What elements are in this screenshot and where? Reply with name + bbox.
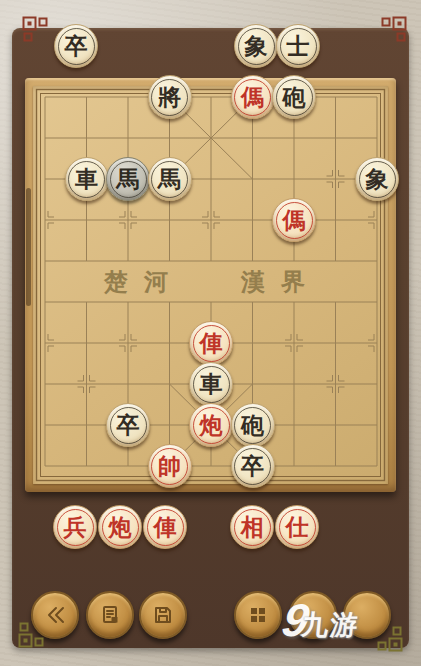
piece-glyph: 卒 <box>241 455 264 478</box>
toolbar-covered-1-button[interactable] <box>289 591 337 639</box>
piece-glyph: 俥 <box>154 516 177 539</box>
grid-2x2-icon <box>247 604 269 626</box>
board-piece-black-砲[interactable]: 砲 <box>231 403 275 447</box>
piece-glyph: 將 <box>158 86 181 109</box>
piece-glyph: 象 <box>366 168 389 191</box>
river-label-left: 楚河 <box>103 269 184 295</box>
piece-glyph: 砲 <box>241 414 264 437</box>
piece-glyph: 士 <box>287 35 310 58</box>
piece-glyph: 傌 <box>241 86 264 109</box>
board-piece-black-卒[interactable]: 卒 <box>106 403 150 447</box>
board-piece-red-傌[interactable]: 傌 <box>231 75 275 119</box>
piece-glyph: 帥 <box>158 455 181 478</box>
piece-glyph: 馬 <box>117 168 140 191</box>
board-piece-black-卒[interactable]: 卒 <box>231 444 275 488</box>
captured-piece-卒: 卒 <box>54 24 98 68</box>
captured-piece-炮: 炮 <box>98 505 142 549</box>
piece-glyph: 砲 <box>283 86 306 109</box>
toolbar-menu-grid-button[interactable] <box>234 591 282 639</box>
record-sheet-icon <box>99 604 121 626</box>
piece-glyph: 相 <box>241 516 264 539</box>
toolbar-move-list-button[interactable] <box>86 591 134 639</box>
board-piece-black-馬[interactable]: 馬 <box>106 157 150 201</box>
corner-ornament-top-right <box>381 16 407 42</box>
corner-ornament-bottom-left <box>18 622 44 648</box>
corner-ornament-top-left <box>22 16 48 42</box>
board-piece-red-炮[interactable]: 炮 <box>189 403 233 447</box>
captured-piece-仕: 仕 <box>275 505 319 549</box>
piece-glyph: 炮 <box>109 516 132 539</box>
toolbar-save-button[interactable] <box>139 591 187 639</box>
piece-glyph: 兵 <box>64 516 87 539</box>
board-piece-red-帥[interactable]: 帥 <box>148 444 192 488</box>
piece-glyph: 象 <box>245 35 268 58</box>
floppy-disk-icon <box>152 604 174 626</box>
double-chevron-left-icon <box>44 604 66 626</box>
board-piece-black-砲[interactable]: 砲 <box>272 75 316 119</box>
captured-piece-象: 象 <box>234 24 278 68</box>
captured-piece-相: 相 <box>230 505 274 549</box>
piece-glyph: 馬 <box>158 168 181 191</box>
piece-glyph: 傌 <box>283 209 306 232</box>
piece-glyph: 卒 <box>117 414 140 437</box>
piece-glyph: 卒 <box>65 35 88 58</box>
none-icon <box>302 604 324 626</box>
piece-glyph: 俥 <box>200 332 223 355</box>
piece-glyph: 炮 <box>200 414 223 437</box>
board-piece-black-車[interactable]: 車 <box>189 362 233 406</box>
board-piece-red-傌[interactable]: 傌 <box>272 198 316 242</box>
piece-glyph: 車 <box>75 168 98 191</box>
board-piece-black-象[interactable]: 象 <box>355 157 399 201</box>
captured-piece-兵: 兵 <box>53 505 97 549</box>
board-piece-red-俥[interactable]: 俥 <box>189 321 233 365</box>
xiangqi-game-screen: 楚河 漢界 9 九游 將傌砲車馬馬象傌俥車卒炮砲帥卒卒象士兵炮俥相仕 <box>0 0 421 666</box>
board-piece-black-馬[interactable]: 馬 <box>148 157 192 201</box>
captured-piece-俥: 俥 <box>143 505 187 549</box>
frame-shadow <box>26 188 31 306</box>
corner-ornament-bottom-right <box>377 626 403 652</box>
piece-glyph: 仕 <box>286 516 309 539</box>
river-label-right: 漢界 <box>240 269 321 295</box>
board-piece-black-車[interactable]: 車 <box>65 157 109 201</box>
none-icon <box>356 604 378 626</box>
piece-glyph: 車 <box>200 373 223 396</box>
board-piece-black-將[interactable]: 將 <box>148 75 192 119</box>
captured-piece-士: 士 <box>276 24 320 68</box>
